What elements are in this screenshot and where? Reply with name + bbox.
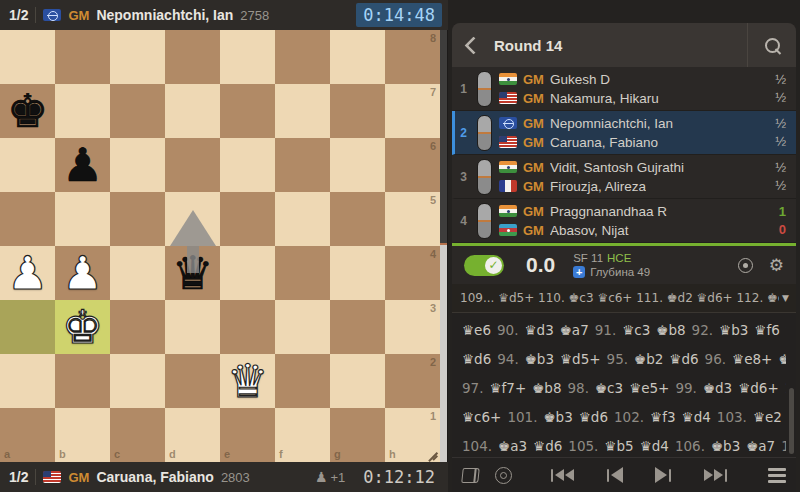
move-token[interactable]: ♛d3 <box>524 322 553 338</box>
menu-button[interactable] <box>768 458 786 492</box>
file-label-h: h <box>389 448 396 460</box>
engine-depth: Глубина 49 <box>590 266 650 278</box>
chevron-down-icon[interactable]: ▼ <box>779 293 792 303</box>
move-token[interactable]: ♛b3 <box>719 322 748 338</box>
square-c4[interactable] <box>110 246 165 300</box>
pairing: GMVidit, Santosh GujrathiGMFirouzja, Ali… <box>499 159 768 194</box>
gear-icon[interactable]: ⚙ <box>769 257 784 274</box>
chess-board[interactable]: 8♚7♟65♟♟♛4♚3♛2abcdefgh1 <box>0 30 440 462</box>
square-h5[interactable]: 5 <box>385 192 440 246</box>
game-row-4[interactable]: 4GMPraggnanandhaa RGMAbasov, Nijat10 <box>452 199 796 243</box>
move-list-scrollbar[interactable] <box>789 388 794 454</box>
move-token[interactable]: ♚b3 <box>544 409 573 425</box>
square-b7[interactable] <box>55 84 110 138</box>
divider <box>35 469 36 485</box>
player-result: ½ <box>775 178 786 193</box>
divider <box>35 7 36 23</box>
player-result: 0 <box>779 222 786 237</box>
move-token[interactable]: 96. <box>705 351 726 367</box>
piece-black-pawn-b6[interactable]: ♟ <box>55 138 110 192</box>
fide-flag-icon <box>43 9 61 21</box>
round-title: Round 14 <box>494 37 562 54</box>
square-a3[interactable] <box>0 300 55 354</box>
square-d1[interactable]: d <box>165 408 220 462</box>
square-h6[interactable]: 6 <box>385 138 440 192</box>
player-title: GM <box>523 91 544 106</box>
move-token[interactable]: 99. <box>675 380 696 396</box>
player-line: GMCaruana, Fabiano <box>499 134 768 150</box>
move-token[interactable]: ♚a3 <box>498 438 527 454</box>
bottom-player-rating: 2803 <box>221 470 250 485</box>
move-token[interactable]: ♛e6 <box>462 322 491 338</box>
square-c8[interactable] <box>110 30 165 84</box>
back-button[interactable] <box>452 23 494 67</box>
square-e2[interactable]: ♛ <box>220 354 275 408</box>
player-result: ½ <box>775 90 786 105</box>
file-label-e: e <box>224 448 230 460</box>
board-pill-icon <box>477 203 492 239</box>
first-move-button[interactable] <box>551 458 575 492</box>
file-label-a: a <box>4 448 10 460</box>
pairing: GMGukesh DGMNakamura, Hikaru <box>499 71 768 106</box>
chevron-left-icon <box>464 36 482 54</box>
rank-label-5: 5 <box>430 194 436 206</box>
move-token[interactable]: 107. <box>781 438 786 454</box>
top-player-rating: 2758 <box>240 8 269 23</box>
engine-pv-row[interactable]: 109... ♛d5+ 110. ♚c3 ♛c6+ 111. ♚d2 ♛d6+ … <box>452 284 796 313</box>
move-token[interactable]: ♛d5+ <box>560 351 601 367</box>
evaluation-gauge <box>440 30 447 462</box>
square-b8[interactable] <box>55 30 110 84</box>
chess-broadcast-app: 1/2 GM Nepomniachtchi, Ian 2758 0:14:48 … <box>0 0 800 492</box>
square-f5[interactable] <box>275 192 330 246</box>
pairing: GMPraggnanandhaa RGMAbasov, Nijat <box>499 203 772 238</box>
player-line: GMGukesh D <box>499 71 768 87</box>
square-e4[interactable] <box>220 246 275 300</box>
piece-white-pawn-b4[interactable]: ♟ <box>55 246 110 300</box>
move-token[interactable]: 100. <box>785 380 786 396</box>
move-token[interactable]: ♚b2 <box>634 351 663 367</box>
square-h2[interactable]: 2 <box>385 354 440 408</box>
fra-flag-icon <box>499 180 517 192</box>
square-c6[interactable] <box>110 138 165 192</box>
usa-flag-icon <box>499 136 517 148</box>
book-icon <box>461 468 480 483</box>
square-b6[interactable]: ♟ <box>55 138 110 192</box>
move-token[interactable]: ♚b8 <box>532 380 561 396</box>
move-token[interactable]: ♛f7+ <box>489 380 526 396</box>
move-token[interactable]: ♚b3 <box>525 351 554 367</box>
results: 10 <box>779 204 786 237</box>
top-player-title: GM <box>68 8 89 23</box>
square-f1[interactable]: f <box>275 408 330 462</box>
player-result: ½ <box>775 134 786 149</box>
move-token[interactable]: 97. <box>462 380 483 396</box>
piece-white-pawn-a4[interactable]: ♟ <box>0 246 55 300</box>
move-token[interactable]: ♛d4 <box>682 409 711 425</box>
engine-eval: 0.0 <box>526 253 555 277</box>
previous-move-button[interactable] <box>607 458 623 492</box>
move-token[interactable]: 102. <box>614 409 644 425</box>
rank-label-7: 7 <box>430 86 436 98</box>
player-title: GM <box>523 223 544 238</box>
move-token[interactable]: ♛e2 <box>753 409 782 425</box>
square-g6[interactable] <box>330 138 385 192</box>
bottom-player-score: 1/2 <box>9 469 28 485</box>
square-h3[interactable]: 3 <box>385 300 440 354</box>
move-token[interactable]: ♛d6 <box>579 409 608 425</box>
square-f2[interactable] <box>275 354 330 408</box>
game-number: 1 <box>457 82 470 96</box>
square-b1[interactable]: b <box>55 408 110 462</box>
ind-flag-icon <box>499 73 517 85</box>
rank-label-1: 1 <box>430 410 436 422</box>
board-area: 8♚7♟65♟♟♛4♚3♛2abcdefgh1 <box>0 30 448 462</box>
record-button[interactable] <box>495 458 512 492</box>
square-b2[interactable] <box>55 354 110 408</box>
move-token[interactable]: 106. <box>675 438 705 454</box>
player-name: Praggnanandhaa R <box>550 204 667 219</box>
engine-type: HCE <box>607 252 631 264</box>
piece-black-king-a7[interactable]: ♚ <box>0 84 55 138</box>
square-d4[interactable]: ♛ <box>165 246 220 300</box>
square-b4[interactable]: ♟ <box>55 246 110 300</box>
square-g1[interactable]: g <box>330 408 385 462</box>
player-line: GMNepomniachtchi, Ian <box>499 115 768 131</box>
move-token[interactable]: ♛d6+ <box>738 380 779 396</box>
hotspot-icon[interactable] <box>738 258 753 273</box>
last-move-button[interactable] <box>704 458 728 492</box>
file-label-b: b <box>59 448 66 460</box>
results: ½½ <box>775 160 786 193</box>
piece-white-king-b3[interactable]: ♚ <box>55 300 110 354</box>
square-g5[interactable] <box>330 192 385 246</box>
engine-bar: ✓ 0.0 SF 11HCE + Глубина 49 ⚙ <box>452 246 796 284</box>
move-token[interactable]: ♛c3 <box>622 322 650 338</box>
move-line-1: ♛e690.♛d3♚a791.♛c3♚b892.♛b3♛f693.♛e3 <box>462 316 786 345</box>
square-a5[interactable] <box>0 192 55 246</box>
player-name: Nakamura, Hikaru <box>550 91 659 106</box>
move-token[interactable]: 90. <box>497 322 518 338</box>
square-f3[interactable] <box>275 300 330 354</box>
player-name: Firouzja, Alireza <box>550 179 646 194</box>
move-token[interactable]: 103. <box>717 409 747 425</box>
player-name: Caruana, Fabiano <box>550 135 658 150</box>
player-result: ½ <box>775 72 786 87</box>
move-token[interactable]: ♛e5+ <box>629 380 669 396</box>
move-line-3: 97.♛f7+♚b898.♚c3♛e5+99.♚d3♛d6+100.♚c4 <box>462 374 786 403</box>
game-number: 4 <box>457 214 470 228</box>
square-a1[interactable]: a <box>0 408 55 462</box>
search-button[interactable] <box>748 23 796 67</box>
fide-flag-icon <box>499 117 517 129</box>
engine-pv-line: 109... ♛d5+ 110. ♚c3 ♛c6+ 111. ♚d2 ♛d6+ … <box>460 291 779 305</box>
player-title: GM <box>523 179 544 194</box>
square-e6[interactable] <box>220 138 275 192</box>
move-token[interactable]: 98. <box>568 380 589 396</box>
square-d5[interactable] <box>165 192 220 246</box>
top-player-name: Nepomniachtchi, Ian <box>96 7 233 23</box>
square-c3[interactable] <box>110 300 165 354</box>
evaluation-gauge-zero-mark <box>440 243 447 245</box>
player-title: GM <box>523 160 544 175</box>
square-f6[interactable] <box>275 138 330 192</box>
search-icon <box>765 38 780 53</box>
concentric-circles-icon <box>495 467 512 484</box>
square-e1[interactable]: e <box>220 408 275 462</box>
player-line: GMAbasov, Nijat <box>499 222 772 238</box>
engine-toggle[interactable]: ✓ <box>464 255 504 276</box>
move-token[interactable]: 105. <box>568 438 598 454</box>
move-token[interactable]: ♛b5 <box>604 438 633 454</box>
ind-flag-icon <box>499 205 517 217</box>
square-a7[interactable]: ♚ <box>0 84 55 138</box>
move-line-5: 104.♚a3♛d6105.♛b5♛d4106.♚b3♚a7107.♛e2 <box>462 432 786 457</box>
square-c2[interactable] <box>110 354 165 408</box>
game-row-3[interactable]: 3GMVidit, Santosh GujrathiGMFirouzja, Al… <box>452 155 796 199</box>
move-token[interactable]: ♛e8+ <box>732 351 772 367</box>
move-token[interactable]: ♛d6 <box>533 438 562 454</box>
bottom-player-clock: 0:12:12 <box>356 465 442 489</box>
move-token[interactable]: ♚a7 <box>560 322 589 338</box>
move-token[interactable]: ♛d6 <box>462 351 491 367</box>
move-token[interactable]: ♚a7 <box>746 438 775 454</box>
square-f7[interactable] <box>275 84 330 138</box>
player-title: GM <box>523 204 544 219</box>
square-a4[interactable]: ♟ <box>0 246 55 300</box>
player-name: Nepomniachtchi, Ian <box>550 116 673 131</box>
move-token[interactable]: 104. <box>462 438 492 454</box>
square-b5[interactable] <box>55 192 110 246</box>
pawn-icon: ♟ <box>315 469 328 485</box>
square-c1[interactable]: c <box>110 408 165 462</box>
aze-flag-icon <box>499 224 517 236</box>
move-token[interactable]: 92. <box>692 322 713 338</box>
square-d2[interactable] <box>165 354 220 408</box>
file-label-g: g <box>334 448 341 460</box>
square-g8[interactable] <box>330 30 385 84</box>
square-d7[interactable] <box>165 84 220 138</box>
board-column: 1/2 GM Nepomniachtchi, Ian 2758 0:14:48 … <box>0 0 448 492</box>
player-result: ½ <box>775 116 786 131</box>
player-title: GM <box>523 135 544 150</box>
results: ½½ <box>775 72 786 105</box>
top-player-score: 1/2 <box>9 7 28 23</box>
top-player-bar: 1/2 GM Nepomniachtchi, Ian 2758 0:14:48 <box>0 0 448 30</box>
move-token[interactable]: ♚c3 <box>595 380 623 396</box>
square-e7[interactable] <box>220 84 275 138</box>
square-h8[interactable]: 8 <box>385 30 440 84</box>
board-pill-icon <box>477 115 492 151</box>
usa-flag-icon <box>43 471 61 483</box>
square-f4[interactable] <box>275 246 330 300</box>
square-g4[interactable] <box>330 246 385 300</box>
piece-black-queen-d4[interactable]: ♛ <box>165 246 220 300</box>
file-label-c: c <box>114 448 120 460</box>
square-h7[interactable]: 7 <box>385 84 440 138</box>
piece-white-queen-e2[interactable]: ♛ <box>220 354 275 408</box>
plus-icon[interactable]: + <box>573 266 585 278</box>
material-value: +1 <box>331 470 346 485</box>
player-name: Vidit, Santosh Gujrathi <box>550 160 684 175</box>
square-c5[interactable] <box>110 192 165 246</box>
move-token[interactable]: ♛d6 <box>669 351 698 367</box>
control-bar <box>452 457 796 492</box>
game-row-1[interactable]: 1GMGukesh DGMNakamura, Hikaru½½ <box>452 67 796 111</box>
square-a8[interactable] <box>0 30 55 84</box>
player-name: Abasov, Nijat <box>550 223 629 238</box>
broadcast-card: Round 14 1GMGukesh DGMNakamura, Hikaru½½… <box>452 23 796 492</box>
square-d3[interactable] <box>165 300 220 354</box>
move-token[interactable]: 94. <box>497 351 518 367</box>
move-token[interactable]: ♚b8 <box>656 322 685 338</box>
move-line-2: ♛d694.♚b3♛d5+95.♚b2♛d696.♛e8+♚a7 <box>462 345 786 374</box>
rank-label-8: 8 <box>430 32 436 44</box>
file-label-d: d <box>169 448 176 460</box>
board-pill-icon <box>477 71 492 107</box>
board-resize-handle[interactable] <box>427 449 438 460</box>
check-icon: ✓ <box>485 257 502 274</box>
square-a6[interactable] <box>0 138 55 192</box>
rank-label-6: 6 <box>430 140 436 152</box>
pairing: GMNepomniachtchi, IanGMCaruana, Fabiano <box>499 115 768 150</box>
square-e8[interactable] <box>220 30 275 84</box>
next-move-button[interactable] <box>655 458 671 492</box>
rank-label-2: 2 <box>430 356 436 368</box>
engine-info: SF 11HCE + Глубина 49 <box>573 252 738 278</box>
game-row-2[interactable]: 2GMNepomniachtchi, IanGMCaruana, Fabiano… <box>452 111 796 155</box>
move-token[interactable]: 101. <box>507 409 537 425</box>
player-line: GMNakamura, Hikaru <box>499 90 768 106</box>
square-e3[interactable] <box>220 300 275 354</box>
board-pill-icon <box>477 159 492 195</box>
move-token[interactable]: 91. <box>595 322 616 338</box>
results: ½½ <box>775 116 786 149</box>
square-g2[interactable] <box>330 354 385 408</box>
top-player-clock: 0:14:48 <box>356 3 442 27</box>
player-line: GMPraggnanandhaa R <box>499 203 772 219</box>
square-d6[interactable] <box>165 138 220 192</box>
player-title: GM <box>523 72 544 87</box>
rank-label-3: 3 <box>430 302 436 314</box>
bottom-player-bar: 1/2 GM Caruana, Fabiano 2803 ♟ +1 0:12:1… <box>0 462 448 492</box>
move-list[interactable]: ♛e690.♛d3♚a791.♛c3♚b892.♛b3♛f693.♛e3♛d69… <box>452 313 796 457</box>
game-number: 2 <box>457 126 470 140</box>
file-label-f: f <box>279 448 283 460</box>
square-h4[interactable]: 4 <box>385 246 440 300</box>
square-g7[interactable] <box>330 84 385 138</box>
panel-header: Round 14 <box>452 23 796 67</box>
move-line-4: ♛c6+101.♚b3♛d6102.♛f3♛d4103.♛e2♛d5+ <box>462 403 786 432</box>
material-advantage: ♟ +1 <box>315 469 345 485</box>
player-name: Gukesh D <box>550 72 610 87</box>
square-g3[interactable] <box>330 300 385 354</box>
square-e5[interactable] <box>220 192 275 246</box>
move-token[interactable]: ♛d4 <box>640 438 669 454</box>
player-result: ½ <box>775 160 786 175</box>
game-number: 3 <box>457 170 470 184</box>
side-panel: Round 14 1GMGukesh DGMNakamura, Hikaru½½… <box>448 0 800 492</box>
player-result: 1 <box>779 204 786 219</box>
player-title: GM <box>523 116 544 131</box>
square-f8[interactable] <box>275 30 330 84</box>
square-c7[interactable] <box>110 84 165 138</box>
player-line: GMFirouzja, Alireza <box>499 178 768 194</box>
rank-label-4: 4 <box>430 248 436 260</box>
move-token[interactable]: ♚b3 <box>711 438 740 454</box>
move-token[interactable]: ♛c6+ <box>462 409 501 425</box>
move-token[interactable]: 95. <box>607 351 628 367</box>
games-list: 1GMGukesh DGMNakamura, Hikaru½½2GMNepomn… <box>452 67 796 243</box>
square-b3[interactable]: ♚ <box>55 300 110 354</box>
square-a2[interactable] <box>0 354 55 408</box>
move-token[interactable]: ♛f6 <box>754 322 779 338</box>
ind-flag-icon <box>499 161 517 173</box>
move-token[interactable]: ♛f3 <box>650 409 675 425</box>
player-line: GMVidit, Santosh Gujrathi <box>499 159 768 175</box>
bottom-player-name: Caruana, Fabiano <box>96 469 213 485</box>
square-d8[interactable] <box>165 30 220 84</box>
move-token[interactable]: ♚d3 <box>703 380 732 396</box>
opening-book-button[interactable] <box>462 458 479 492</box>
move-token[interactable]: ♚a7 <box>778 351 786 367</box>
bottom-player-title: GM <box>68 470 89 485</box>
evaluation-gauge-black <box>440 30 447 243</box>
engine-name: SF 11 <box>573 252 603 264</box>
usa-flag-icon <box>499 92 517 104</box>
